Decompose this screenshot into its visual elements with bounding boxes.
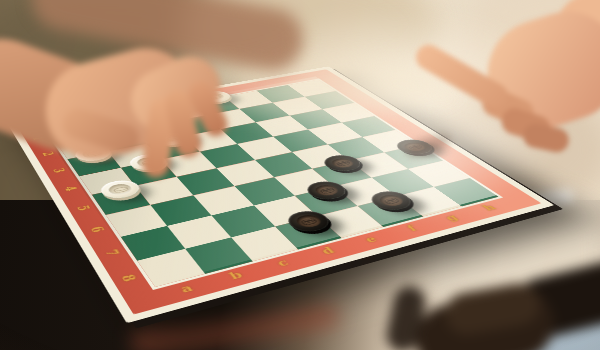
forearm bbox=[27, 0, 309, 76]
white-checker-glyph: ⛀ bbox=[125, 101, 165, 117]
rank-label-5: 5 bbox=[70, 201, 96, 215]
curled-finger-1 bbox=[478, 84, 539, 132]
black-checker-h6[interactable]: ⛂ bbox=[391, 137, 439, 156]
rank-label-8: 8 bbox=[113, 269, 143, 287]
white-checker-glyph: ⛀ bbox=[195, 89, 234, 104]
black-checker-f8[interactable]: ⛂ bbox=[364, 188, 417, 212]
white-checker-e1[interactable]: ⛀ bbox=[195, 89, 234, 104]
black-checker-glyph: ⛂ bbox=[318, 153, 366, 174]
white-checker-a1[interactable]: ⛀ bbox=[50, 114, 90, 131]
checkers-photo-scene: ⛀⛀⛀⛀⛀⛀⛀⛀⛂⛂⛂⛂⛂ 12345678abcdefgh bbox=[0, 0, 600, 350]
black-checker-glyph: ⛂ bbox=[364, 188, 417, 212]
black-checker-glyph: ⛂ bbox=[282, 208, 336, 235]
rank-label-4: 4 bbox=[58, 182, 83, 195]
square-c8[interactable] bbox=[231, 226, 298, 261]
curled-finger-3 bbox=[521, 121, 571, 154]
child-arm bbox=[553, 0, 600, 80]
black-checker-d8[interactable]: ⛂ bbox=[282, 208, 336, 235]
child-palm bbox=[474, 0, 600, 142]
square-a3[interactable]: ⛀ bbox=[68, 151, 121, 176]
white-checker-c1[interactable]: ⛀ bbox=[125, 101, 165, 117]
pointing-index-finger bbox=[412, 40, 513, 113]
rank-label-1: 1 bbox=[27, 133, 49, 143]
black-checker-glyph: ⛂ bbox=[391, 137, 439, 156]
curled-finger-2 bbox=[498, 105, 554, 145]
rank-label-6: 6 bbox=[83, 222, 110, 237]
square-h7[interactable] bbox=[408, 161, 470, 187]
white-checker-glyph: ⛀ bbox=[50, 114, 90, 131]
rank-label-2: 2 bbox=[36, 148, 59, 159]
rank-label-3: 3 bbox=[47, 165, 71, 177]
black-checker-f6[interactable]: ⛂ bbox=[318, 153, 366, 174]
rank-label-7: 7 bbox=[97, 245, 125, 262]
